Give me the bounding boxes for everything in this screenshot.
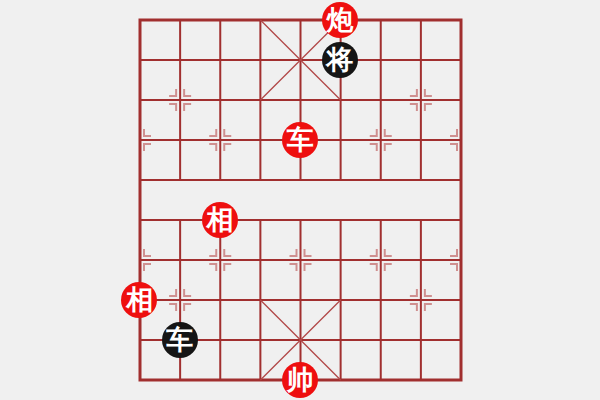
piece-glyph: 相 [206,206,233,233]
piece-glyph: 将 [327,46,354,73]
piece-glyph: 炮 [327,6,354,33]
piece-glyph: 相 [126,286,153,313]
xiangqi-board: 炮将车相相车帅 [119,0,480,400]
piece-red-elephant[interactable]: 相 [121,282,157,318]
piece-red-general[interactable]: 帅 [282,362,318,398]
piece-glyph: 帅 [286,366,313,393]
piece-red-cannon[interactable]: 炮 [322,2,358,38]
piece-red-chariot[interactable]: 车 [282,122,318,158]
piece-black-general[interactable]: 将 [322,42,358,78]
piece-glyph: 车 [286,126,313,153]
piece-glyph: 车 [166,326,193,353]
piece-black-chariot[interactable]: 车 [162,322,198,358]
screenshot-background: 炮将车相相车帅 [0,0,600,400]
piece-red-elephant[interactable]: 相 [202,202,238,238]
